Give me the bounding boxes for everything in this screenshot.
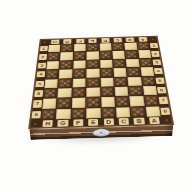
square-D6[interactable] — [101, 87, 115, 97]
square-H8[interactable] — [41, 109, 56, 120]
file-label-bottom-A: A — [147, 117, 162, 124]
square-B3[interactable] — [126, 59, 139, 67]
file-label-text: E — [88, 119, 98, 126]
rank-label-text: 5 — [156, 77, 165, 84]
square-G4[interactable] — [59, 69, 72, 78]
rank-label-text: 3 — [38, 62, 46, 68]
file-label-text: A — [149, 117, 160, 124]
square-E4[interactable] — [87, 69, 100, 78]
rank-label-text: 1 — [40, 46, 48, 52]
rank-label-text: 7 — [33, 100, 42, 107]
square-A1[interactable] — [137, 42, 150, 50]
square-G7[interactable] — [57, 98, 71, 108]
chess-board: HGFEDCBA1122334455667788HGFEDCBA — [28, 36, 174, 129]
file-label-text: F — [73, 119, 83, 126]
file-label-text: H — [42, 120, 53, 127]
file-label-bottom-C: C — [117, 118, 132, 125]
square-A2[interactable] — [138, 50, 151, 58]
rank-label-right-4: 4 — [154, 67, 163, 76]
square-F5[interactable] — [72, 78, 85, 87]
corner-cell — [149, 37, 157, 42]
rank-label-left-3: 3 — [38, 61, 47, 69]
corner-cell — [162, 117, 172, 124]
rank-label-right-8: 8 — [160, 106, 170, 116]
rank-label-right-5: 5 — [155, 76, 165, 85]
square-E2[interactable] — [87, 52, 99, 60]
rank-label-right-2: 2 — [151, 50, 160, 58]
square-H6[interactable] — [43, 88, 57, 98]
square-B4[interactable] — [127, 67, 141, 76]
square-E8[interactable] — [86, 108, 100, 119]
file-label-bottom-G: G — [56, 120, 71, 127]
file-label-text: B — [134, 118, 145, 125]
square-C6[interactable] — [115, 87, 129, 97]
square-B2[interactable] — [125, 50, 138, 58]
rank-label-text: 8 — [160, 107, 170, 115]
file-label-text: A — [138, 37, 147, 42]
square-D7[interactable] — [101, 97, 115, 107]
file-label-bottom-H: H — [40, 120, 55, 127]
rank-label-text: 4 — [154, 68, 163, 74]
square-E1[interactable] — [87, 43, 99, 51]
chess-board-box: HGFEDCBA1122334455667788HGFEDCBA — [25, 0, 176, 192]
square-D8[interactable] — [101, 107, 115, 118]
file-label-bottom-E: E — [86, 119, 100, 126]
file-label-bottom-B: B — [132, 118, 147, 125]
square-C1[interactable] — [112, 43, 124, 51]
corner-cell — [41, 40, 49, 45]
file-label-text: C — [119, 118, 130, 125]
square-A4[interactable] — [140, 67, 154, 76]
square-E5[interactable] — [86, 78, 99, 87]
square-A8[interactable] — [145, 106, 160, 117]
file-label-text: G — [58, 120, 69, 127]
rank-label-text: 8 — [32, 111, 41, 119]
square-F3[interactable] — [73, 60, 86, 69]
file-label-text: B — [126, 38, 135, 43]
square-A6[interactable] — [143, 86, 158, 96]
file-label-text: E — [88, 39, 96, 44]
rank-label-text: 2 — [39, 54, 47, 60]
rank-label-text: 5 — [36, 81, 45, 88]
file-label-text: C — [113, 38, 122, 43]
file-label-bottom-F: F — [71, 119, 85, 126]
square-F1[interactable] — [74, 44, 86, 52]
rank-label-right-7: 7 — [158, 95, 168, 105]
file-label-text: H — [51, 40, 60, 45]
square-H5[interactable] — [44, 79, 58, 88]
rank-label-text: 4 — [37, 71, 45, 77]
square-A7[interactable] — [144, 96, 159, 106]
rank-label-left-4: 4 — [36, 70, 45, 79]
square-F4[interactable] — [73, 69, 86, 78]
file-label-text: D — [101, 38, 110, 43]
rank-label-text: 3 — [153, 59, 161, 65]
square-A5[interactable] — [141, 76, 155, 85]
file-label-bottom-D: D — [101, 118, 116, 125]
square-B6[interactable] — [129, 86, 143, 96]
board-grid: HGFEDCBA1122334455667788HGFEDCBA — [30, 37, 171, 128]
square-G1[interactable] — [61, 44, 73, 52]
square-D2[interactable] — [99, 51, 111, 59]
metal-clasp-icon — [91, 128, 111, 138]
square-A3[interactable] — [139, 58, 153, 66]
rank-label-right-3: 3 — [152, 58, 161, 66]
square-D4[interactable] — [100, 68, 113, 77]
rank-label-left-7: 7 — [33, 99, 43, 109]
corner-cell — [30, 120, 40, 127]
square-B8[interactable] — [131, 107, 146, 118]
square-F2[interactable] — [73, 52, 85, 60]
square-E3[interactable] — [87, 60, 100, 69]
file-label-text: G — [63, 39, 72, 44]
rank-label-text: 1 — [150, 43, 158, 49]
square-B1[interactable] — [124, 42, 137, 50]
square-H7[interactable] — [42, 99, 56, 109]
rank-label-left-6: 6 — [34, 89, 43, 99]
square-G2[interactable] — [60, 52, 73, 60]
square-G3[interactable] — [60, 61, 73, 70]
rank-label-text: 7 — [159, 97, 168, 104]
square-H3[interactable] — [46, 61, 59, 70]
square-H1[interactable] — [48, 45, 61, 53]
rank-label-left-2: 2 — [39, 53, 48, 61]
square-C8[interactable] — [116, 107, 131, 118]
square-H2[interactable] — [47, 53, 60, 61]
square-G6[interactable] — [58, 88, 72, 98]
rank-label-left-8: 8 — [31, 109, 41, 120]
square-D3[interactable] — [100, 60, 113, 68]
rank-label-right-6: 6 — [157, 85, 167, 95]
file-label-text: F — [76, 39, 85, 44]
square-C3[interactable] — [113, 59, 126, 67]
square-B7[interactable] — [130, 96, 145, 106]
square-C5[interactable] — [114, 77, 128, 86]
square-H4[interactable] — [45, 70, 58, 79]
square-B5[interactable] — [128, 77, 142, 86]
square-E6[interactable] — [86, 87, 99, 97]
square-G5[interactable] — [58, 79, 71, 88]
rank-label-text: 6 — [34, 90, 43, 97]
rank-label-left-5: 5 — [35, 79, 44, 88]
square-D5[interactable] — [100, 77, 113, 86]
square-F7[interactable] — [72, 98, 86, 108]
square-G8[interactable] — [56, 109, 70, 120]
rank-label-left-1: 1 — [40, 45, 48, 53]
square-C4[interactable] — [113, 68, 126, 77]
file-label-text: D — [103, 119, 114, 126]
square-F6[interactable] — [72, 88, 85, 98]
rank-label-right-1: 1 — [150, 42, 159, 50]
square-C7[interactable] — [115, 96, 129, 106]
square-D1[interactable] — [99, 43, 111, 51]
square-C2[interactable] — [112, 51, 125, 59]
square-E7[interactable] — [86, 97, 100, 107]
square-F8[interactable] — [71, 108, 85, 119]
rank-label-text: 2 — [151, 51, 159, 57]
rank-label-text: 6 — [157, 87, 166, 94]
